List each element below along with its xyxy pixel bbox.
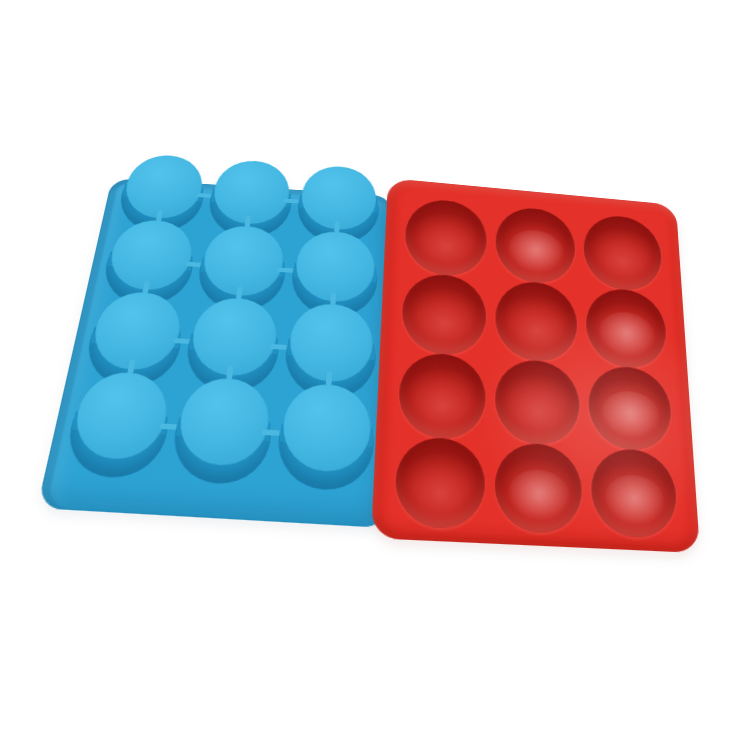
blue-cup [61,370,180,466]
cavity-opening [496,205,576,286]
red-cavity [491,205,580,286]
blue-cup [272,382,379,478]
red-cavity [389,435,490,530]
red-cavity [491,279,583,364]
blue-cup [80,290,192,376]
red-cavity [490,358,585,447]
cavity-opening [495,279,578,363]
cavity-opening [582,213,663,293]
blue-cup [113,153,212,224]
blue-cup-grid [61,153,383,478]
red-cavity [396,271,491,357]
blue-cup [98,218,203,296]
cavity-opening [394,436,485,530]
cavity-opening [398,351,486,441]
red-cavity [490,441,588,535]
blue-muffin-mold [37,178,392,528]
red-cavity [400,197,492,279]
cavity-opening [590,447,679,539]
cavity-opening [495,358,580,447]
red-muffin-mold [371,178,700,553]
red-cavity [578,213,667,294]
product-photo [0,0,750,750]
blue-cup [166,376,279,472]
cavity-opening [495,441,583,534]
red-cavity [393,351,491,441]
red-cavity [583,364,678,452]
cavity-opening [585,286,668,370]
cavity-opening [401,272,486,357]
red-cavity-grid [390,197,682,527]
red-cavity [580,286,672,370]
cavity-opening [587,364,673,452]
cavity-opening [404,197,487,278]
red-cavity [585,447,683,540]
